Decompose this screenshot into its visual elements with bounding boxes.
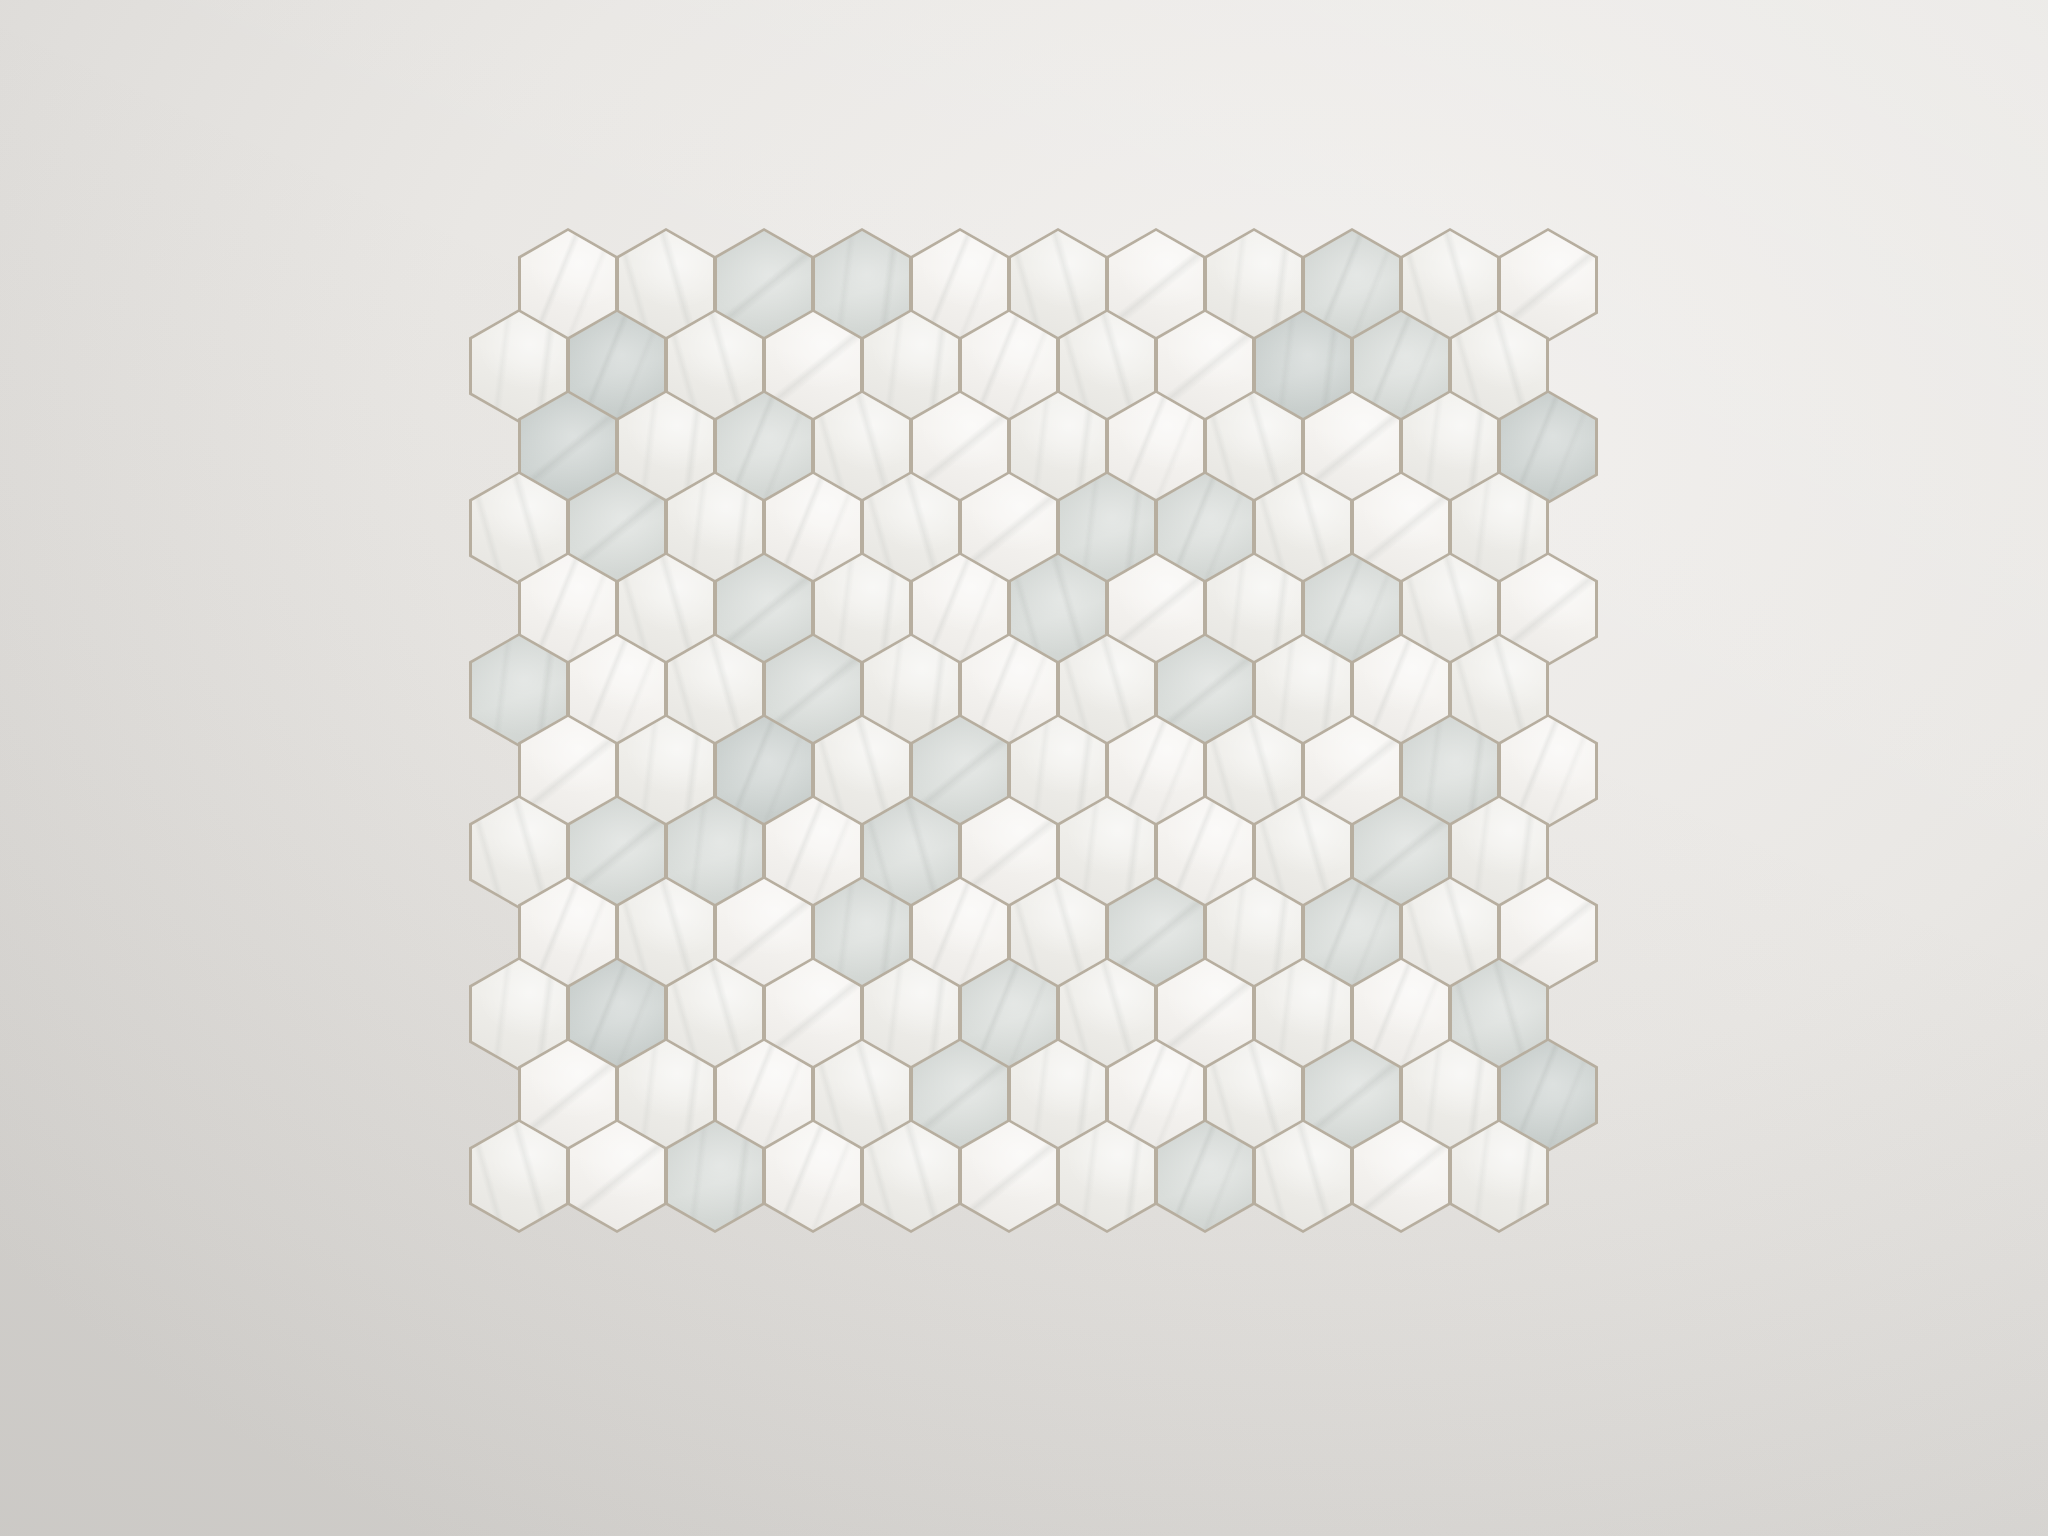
- photo-backdrop: [0, 0, 2048, 1536]
- marble-chip: [1158, 1122, 1252, 1230]
- marble-chip: [1060, 1122, 1154, 1230]
- marble-chip: [1256, 1122, 1350, 1230]
- marble-chip: [766, 1122, 860, 1230]
- marble-chip: [1452, 1122, 1546, 1230]
- mosaic-sheet: [469, 228, 1598, 1233]
- marble-chip: [472, 1122, 566, 1230]
- marble-chip: [1354, 1122, 1448, 1230]
- marble-chip: [668, 1122, 762, 1230]
- marble-chip: [864, 1122, 958, 1230]
- marble-chip: [962, 1122, 1056, 1230]
- marble-chip: [570, 1122, 664, 1230]
